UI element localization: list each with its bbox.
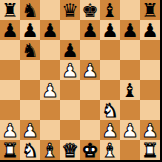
square-a5[interactable] [0, 60, 20, 80]
square-d6[interactable]: ♟ [60, 40, 80, 60]
square-h4[interactable] [140, 80, 160, 100]
square-g4[interactable]: ♝ [120, 80, 140, 100]
square-e5[interactable]: ♟ [80, 60, 100, 80]
square-d5[interactable]: ♟ [60, 60, 80, 80]
square-d1[interactable]: ♛ [60, 140, 80, 160]
black-pawn[interactable]: ♟ [21, 20, 38, 40]
square-f5[interactable] [100, 60, 120, 80]
square-h3[interactable] [140, 100, 160, 120]
square-e6[interactable] [80, 40, 100, 60]
black-pawn[interactable]: ♟ [121, 20, 138, 40]
square-f8[interactable]: ♝ [100, 0, 120, 20]
square-f3[interactable]: ♞ [100, 100, 120, 120]
white-rook[interactable]: ♜ [141, 140, 158, 160]
square-a1[interactable]: ♜ [0, 140, 20, 160]
square-a6[interactable] [0, 40, 20, 60]
white-bishop[interactable]: ♝ [41, 140, 58, 160]
square-d4[interactable] [60, 80, 80, 100]
black-rook[interactable]: ♜ [1, 0, 18, 20]
square-g6[interactable] [120, 40, 140, 60]
white-pawn[interactable]: ♟ [101, 120, 118, 140]
chess-board: ♜♞♛♚♝♜♟♟♟♟♟♟♟♞♟♟♟♟♝♞♟♟♟♟♟♜♞♝♛♚♝♜ [0, 0, 160, 160]
square-c6[interactable] [40, 40, 60, 60]
square-h2[interactable]: ♟ [140, 120, 160, 140]
black-queen[interactable]: ♛ [61, 0, 78, 20]
square-c4[interactable]: ♟ [40, 80, 60, 100]
square-g2[interactable]: ♟ [120, 120, 140, 140]
chess-app-window: ♜♞♛♚♝♜♟♟♟♟♟♟♟♞♟♟♟♟♝♞♟♟♟♟♟♜♞♝♛♚♝♜ [0, 0, 162, 162]
square-e3[interactable] [80, 100, 100, 120]
square-c7[interactable]: ♟ [40, 20, 60, 40]
white-pawn[interactable]: ♟ [81, 60, 98, 80]
square-c5[interactable] [40, 60, 60, 80]
white-pawn[interactable]: ♟ [41, 80, 58, 100]
white-knight[interactable]: ♞ [101, 100, 118, 120]
square-c8[interactable] [40, 0, 60, 20]
square-g5[interactable] [120, 60, 140, 80]
square-h5[interactable] [140, 60, 160, 80]
square-d8[interactable]: ♛ [60, 0, 80, 20]
square-e8[interactable]: ♚ [80, 0, 100, 20]
square-f7[interactable]: ♟ [100, 20, 120, 40]
white-rook[interactable]: ♜ [1, 140, 18, 160]
square-f2[interactable]: ♟ [100, 120, 120, 140]
square-a8[interactable]: ♜ [0, 0, 20, 20]
black-pawn[interactable]: ♟ [61, 40, 78, 60]
square-g1[interactable] [120, 140, 140, 160]
square-f6[interactable] [100, 40, 120, 60]
square-d3[interactable] [60, 100, 80, 120]
black-rook[interactable]: ♜ [141, 0, 158, 20]
square-a4[interactable] [0, 80, 20, 100]
square-b7[interactable]: ♟ [20, 20, 40, 40]
black-pawn[interactable]: ♟ [81, 20, 98, 40]
square-h6[interactable] [140, 40, 160, 60]
square-f4[interactable] [100, 80, 120, 100]
square-d7[interactable] [60, 20, 80, 40]
white-queen[interactable]: ♛ [61, 140, 78, 160]
square-c2[interactable] [40, 120, 60, 140]
square-d2[interactable] [60, 120, 80, 140]
square-e4[interactable] [80, 80, 100, 100]
square-a3[interactable] [0, 100, 20, 120]
white-bishop[interactable]: ♝ [101, 140, 118, 160]
black-pawn[interactable]: ♟ [101, 20, 118, 40]
black-pawn[interactable]: ♟ [41, 20, 58, 40]
black-king[interactable]: ♚ [81, 0, 98, 20]
square-g8[interactable] [120, 0, 140, 20]
square-h8[interactable]: ♜ [140, 0, 160, 20]
square-g3[interactable] [120, 100, 140, 120]
square-a7[interactable]: ♟ [0, 20, 20, 40]
black-bishop[interactable]: ♝ [101, 0, 118, 20]
black-pawn[interactable]: ♟ [141, 20, 158, 40]
square-b1[interactable]: ♞ [20, 140, 40, 160]
white-pawn[interactable]: ♟ [1, 120, 18, 140]
square-a2[interactable]: ♟ [0, 120, 20, 140]
square-b6[interactable]: ♞ [20, 40, 40, 60]
white-pawn[interactable]: ♟ [21, 120, 38, 140]
square-h7[interactable]: ♟ [140, 20, 160, 40]
white-king[interactable]: ♚ [81, 140, 98, 160]
square-f1[interactable]: ♝ [100, 140, 120, 160]
square-b5[interactable] [20, 60, 40, 80]
white-pawn[interactable]: ♟ [121, 120, 138, 140]
white-pawn[interactable]: ♟ [61, 60, 78, 80]
square-b3[interactable] [20, 100, 40, 120]
square-g7[interactable]: ♟ [120, 20, 140, 40]
square-h1[interactable]: ♜ [140, 140, 160, 160]
square-e7[interactable]: ♟ [80, 20, 100, 40]
square-b8[interactable]: ♞ [20, 0, 40, 20]
white-knight[interactable]: ♞ [21, 140, 38, 160]
square-e1[interactable]: ♚ [80, 140, 100, 160]
white-pawn[interactable]: ♟ [141, 120, 158, 140]
square-b2[interactable]: ♟ [20, 120, 40, 140]
black-knight[interactable]: ♞ [21, 40, 38, 60]
square-e2[interactable] [80, 120, 100, 140]
square-c1[interactable]: ♝ [40, 140, 60, 160]
square-b4[interactable] [20, 80, 40, 100]
square-c3[interactable] [40, 100, 60, 120]
black-bishop[interactable]: ♝ [121, 80, 138, 100]
black-knight[interactable]: ♞ [21, 0, 38, 20]
black-pawn[interactable]: ♟ [1, 20, 18, 40]
